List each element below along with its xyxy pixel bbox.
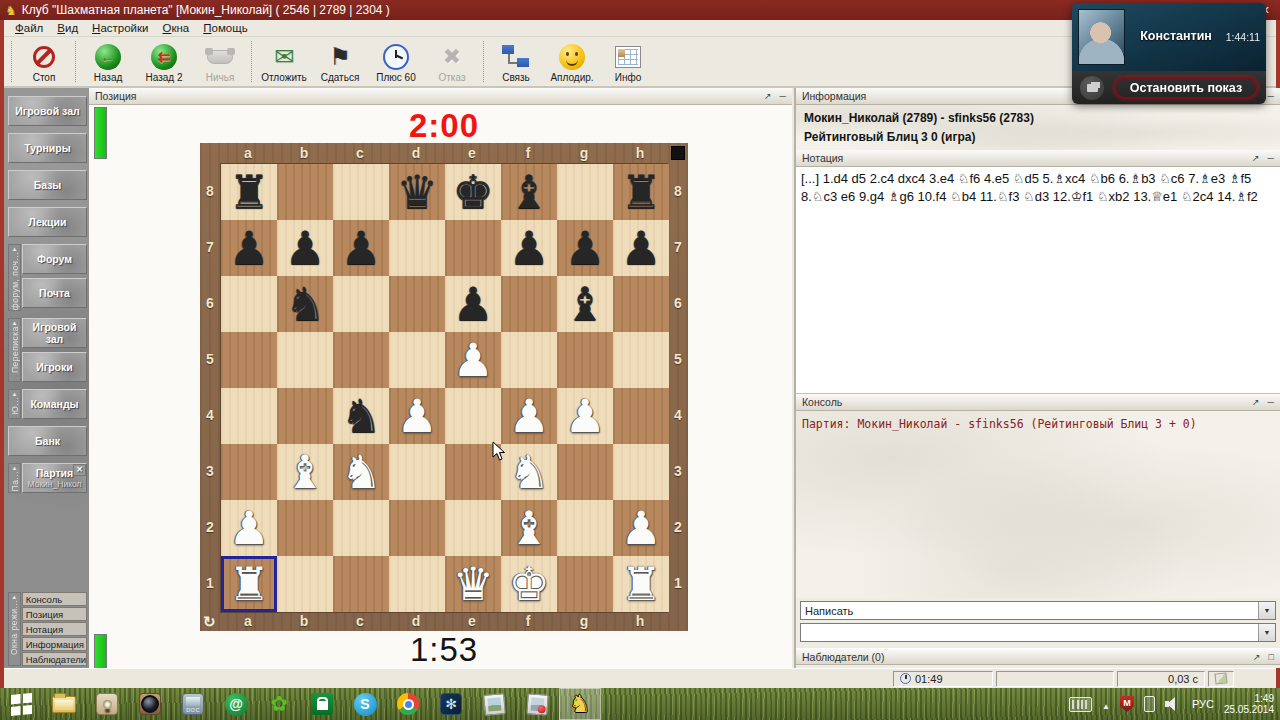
- square-a1[interactable]: ♜: [221, 556, 277, 612]
- file-label-h: h: [612, 143, 668, 163]
- square-f4[interactable]: ♟: [501, 388, 557, 444]
- sidebar-item-label: Банк: [35, 435, 60, 447]
- webcam-controls: Остановить показ: [1072, 71, 1266, 104]
- square-d7[interactable]: [389, 220, 445, 276]
- applaud-icon: [559, 43, 585, 71]
- square-g6[interactable]: ♝: [557, 276, 613, 332]
- piece-white-bishop[interactable]: ♝: [508, 500, 549, 556]
- piece-black-queen[interactable]: ♛: [396, 164, 437, 220]
- mouse-cursor: [492, 441, 507, 462]
- sidebar-item-Игровой зал[interactable]: Игровой зал: [22, 318, 87, 348]
- square-g1[interactable]: [557, 556, 613, 612]
- square-c7[interactable]: ♟: [333, 220, 389, 276]
- toolbar-button-applaud[interactable]: Аплодир.: [544, 37, 600, 86]
- sidebar-mini-Информация[interactable]: Информация: [22, 637, 87, 651]
- popout-icon[interactable]: ↗: [1252, 153, 1260, 163]
- square-b1[interactable]: [277, 556, 333, 612]
- piece-black-pawn[interactable]: ♟: [228, 220, 269, 276]
- minimize-panel-icon[interactable]: ─: [1268, 91, 1274, 101]
- piece-black-rook[interactable]: ♜: [228, 164, 269, 220]
- info-icon: [615, 43, 641, 71]
- sidebar-item-Партия[interactable]: ПартияМокин_Никол✕: [22, 463, 87, 493]
- sidebar-group-items: Банк: [8, 426, 87, 456]
- file-label-h: h: [612, 611, 668, 631]
- square-b5[interactable]: [277, 332, 333, 388]
- sidebar-item-subtitle: Мокин_Никол: [28, 479, 82, 489]
- piece-white-rook[interactable]: ♜: [620, 556, 661, 612]
- square-h5[interactable]: [613, 332, 669, 388]
- move-list[interactable]: [...] 1.d4 d5 2.c4 dxc4 3.e4 ♘f6 4.e5 ♘d…: [796, 167, 1280, 394]
- taskbar-app-screen-recorder[interactable]: [516, 688, 559, 720]
- piece-black-bishop[interactable]: ♝: [564, 276, 605, 332]
- sidebar-item-label: Игроки: [36, 361, 72, 373]
- square-d3[interactable]: [389, 444, 445, 500]
- square-b4[interactable]: [277, 388, 333, 444]
- sidebar-item-Базы[interactable]: Базы: [8, 170, 87, 200]
- sidebar-item-Лекции[interactable]: Лекции: [8, 207, 87, 237]
- square-c6[interactable]: [333, 276, 389, 332]
- sidebar-mini-Позиция[interactable]: Позиция: [22, 607, 87, 621]
- sidebar-spacer: [8, 500, 87, 592]
- piece-white-pawn[interactable]: ♟: [508, 388, 549, 444]
- piece-white-queen[interactable]: ♛: [452, 556, 493, 612]
- square-e4[interactable]: [445, 388, 501, 444]
- window-title: Клуб "Шахматная планета" [Мокин_Николай]…: [22, 3, 390, 17]
- taskbar-app-dandelion-app[interactable]: [86, 688, 129, 720]
- piece-white-rook[interactable]: ♜: [228, 556, 269, 612]
- square-c8[interactable]: [333, 164, 389, 220]
- file-label-g: g: [556, 143, 612, 163]
- toolbar-button-decline[interactable]: Отказ: [424, 37, 480, 86]
- console-log: Партия: Мокин_Николай - sfinks56 (Рейтин…: [796, 411, 1280, 598]
- piece-black-rook[interactable]: ♜: [620, 164, 661, 220]
- white-clock: 1:53: [200, 631, 688, 669]
- square-d5[interactable]: [389, 332, 445, 388]
- sidebar-group: Турниры: [8, 133, 87, 163]
- webcam-user-name: Константин: [1132, 29, 1220, 43]
- square-g7[interactable]: ♟: [557, 220, 613, 276]
- square-h3[interactable]: [613, 444, 669, 500]
- square-h6[interactable]: [613, 276, 669, 332]
- square-g4[interactable]: ♟: [557, 388, 613, 444]
- square-g8[interactable]: [557, 164, 613, 220]
- square-b2[interactable]: [277, 500, 333, 556]
- rank-labels-left: 87654321: [200, 163, 220, 611]
- screen: ♞ Клуб "Шахматная планета" [Мокин_Никола…: [0, 0, 1280, 720]
- taskbar-app-chess-app[interactable]: [559, 688, 602, 720]
- black-to-move-indicator: [671, 146, 685, 160]
- tray-arrow-icon[interactable]: [1102, 695, 1110, 713]
- sidebar-item-Форум[interactable]: Форум: [22, 244, 87, 274]
- status-empty-cell: [996, 671, 1114, 687]
- status-time: 01:49: [915, 673, 943, 685]
- maximize-panel-icon[interactable]: □: [1269, 652, 1274, 662]
- square-e5[interactable]: ♟: [445, 332, 501, 388]
- sidebar-group: Банк: [8, 426, 87, 456]
- square-d8[interactable]: ♛: [389, 164, 445, 220]
- sidebar-item-Команды[interactable]: Команды: [22, 389, 87, 419]
- sidebar-group-strip[interactable]: ▲Па...: [8, 463, 21, 493]
- taskbar-app-chrome[interactable]: [387, 688, 430, 720]
- square-f7[interactable]: ♟: [501, 220, 557, 276]
- toolbar-button-label: Назад: [94, 72, 123, 83]
- piece-black-knight[interactable]: ♞: [340, 388, 381, 444]
- sidebar-mini-Наблюдатели[interactable]: Наблюдатели: [22, 652, 87, 666]
- chat-placeholder: Написать: [801, 605, 1258, 617]
- rank-label-5: 5: [668, 331, 688, 387]
- square-d4[interactable]: ♟: [389, 388, 445, 444]
- toolbar-button-label: Плюс 60: [376, 72, 415, 83]
- sidebar-group: ▲Па...ПартияМокин_Никол✕: [8, 463, 87, 493]
- chrome-icon: [397, 693, 419, 715]
- sidebar-item-label: Команды: [30, 398, 78, 410]
- file-labels-top: abcdefgh: [220, 143, 668, 163]
- position-panel-title: Позиция: [95, 90, 137, 102]
- toolbar-button-label: Аплодир.: [550, 72, 593, 83]
- sidebar-group-items: Турниры: [8, 133, 87, 163]
- observers-panel-title: Наблюдатели (0): [802, 651, 884, 663]
- clock-plus-icon: [383, 43, 409, 71]
- piece-white-bishop[interactable]: ♝: [284, 444, 325, 500]
- sidebar-group-items: Лекции: [8, 207, 87, 237]
- toolbar-button-adjourn[interactable]: Отложить: [256, 37, 312, 86]
- rank-label-2: 2: [200, 499, 220, 555]
- adjourn-icon: [274, 43, 294, 71]
- sidebar-group-strip-label: Окна режи...: [9, 600, 19, 655]
- sidebar-group-items: Команды: [22, 389, 87, 419]
- recipient-combo[interactable]: ▼: [800, 623, 1276, 642]
- mcafee-shield-icon[interactable]: [1120, 696, 1134, 712]
- stop-show-button[interactable]: Остановить показ: [1114, 77, 1258, 99]
- square-e1[interactable]: ♛: [445, 556, 501, 612]
- square-a5[interactable]: [221, 332, 277, 388]
- square-g5[interactable]: [557, 332, 613, 388]
- stop-icon: [33, 43, 55, 71]
- position-panel-header: Позиция ↗ ─: [89, 88, 792, 105]
- taskbar: РУС 1:49 25.05.2014: [0, 688, 1280, 720]
- square-d1[interactable]: [389, 556, 445, 612]
- toolbar-button-label: Стоп: [33, 72, 56, 83]
- square-e6[interactable]: ♟: [445, 276, 501, 332]
- taskbar-app-file-explorer[interactable]: [43, 688, 86, 720]
- connection-icon: [502, 43, 530, 71]
- square-h7[interactable]: ♟: [613, 220, 669, 276]
- piece-black-pawn[interactable]: ♟: [284, 220, 325, 276]
- square-f3[interactable]: ♞: [501, 444, 557, 500]
- device-icon[interactable]: [1144, 696, 1155, 712]
- decline-icon: [443, 43, 461, 71]
- piece-black-pawn[interactable]: ♟: [340, 220, 381, 276]
- menu-item-Вид[interactable]: Вид: [50, 21, 85, 35]
- app-knight-icon: ♞: [5, 3, 17, 18]
- sidebar-group-strip[interactable]: ▲Ю...: [8, 389, 21, 419]
- square-h8[interactable]: ♜: [613, 164, 669, 220]
- taskbar-app-bandicam[interactable]: [430, 688, 473, 720]
- menu-item-Помощь[interactable]: Помощь: [196, 21, 254, 35]
- sidebar-item-Почта[interactable]: Почта: [22, 278, 87, 308]
- taskbar-app-camera-app[interactable]: [129, 688, 172, 720]
- taskbar-app-photo-viewer[interactable]: [473, 688, 516, 720]
- popout-icon[interactable]: ↗: [764, 91, 772, 101]
- rank-label-5: 5: [200, 331, 220, 387]
- clock-icon: [900, 673, 911, 684]
- square-c2[interactable]: [333, 500, 389, 556]
- taskbar-app-icq[interactable]: [258, 688, 301, 720]
- rank-label-6: 6: [200, 275, 220, 331]
- sidebar-item-label: Игровой зал: [23, 321, 86, 345]
- toolbar-button-info[interactable]: Инфо: [600, 37, 656, 86]
- sidebar-item-label: Партия: [36, 467, 73, 479]
- toolbar-button-back2[interactable]: Назад 2: [136, 37, 192, 86]
- camera-icon[interactable]: [1080, 76, 1104, 100]
- volume-icon[interactable]: [1165, 697, 1182, 712]
- square-c4[interactable]: ♞: [333, 388, 389, 444]
- console-panel-title: Консоль: [802, 396, 842, 408]
- keyboard-icon[interactable]: [1069, 697, 1092, 712]
- file-label-d: d: [388, 611, 444, 631]
- sidebar-mini-Нотация[interactable]: Нотация: [22, 622, 87, 636]
- piece-white-knight[interactable]: ♞: [340, 444, 381, 500]
- sidebar-group: ▲Ю...Команды: [8, 389, 87, 419]
- square-h2[interactable]: ♟: [613, 500, 669, 556]
- file-explorer-icon: [52, 696, 76, 713]
- piece-black-king[interactable]: ♚: [452, 164, 493, 220]
- system-tray: РУС 1:49 25.05.2014: [1069, 693, 1280, 715]
- info-panel-title: Информация: [802, 90, 866, 102]
- sidebar: Игровой залТурнирыБазыЛекции▲форум, поч.…: [4, 88, 89, 668]
- sidebar-bottom: ▲Окна режи...КонсольПозицияНотацияИнформ…: [8, 592, 87, 666]
- board-panel: Позиция ↗ ─ 2:00 abcdefgh abcdefgh 87654…: [89, 88, 792, 668]
- sidebar-group: ▲ПерепискаИгровой залИгроки: [8, 318, 87, 382]
- toolbar-button-label: Отложить: [261, 72, 307, 83]
- rank-label-2: 2: [668, 499, 688, 555]
- square-g3[interactable]: [557, 444, 613, 500]
- notation-panel-title: Нотация: [802, 152, 843, 164]
- file-label-e: e: [444, 143, 500, 163]
- piece-black-pawn[interactable]: ♟: [452, 276, 493, 332]
- piece-black-knight[interactable]: ♞: [284, 276, 325, 332]
- sidebar-group: Игровой зал: [8, 96, 87, 126]
- chevron-down-icon[interactable]: ▼: [1258, 624, 1275, 641]
- square-a8[interactable]: ♜: [221, 164, 277, 220]
- piece-white-knight[interactable]: ♞: [508, 444, 549, 500]
- square-c3[interactable]: ♞: [333, 444, 389, 500]
- square-b8[interactable]: [277, 164, 333, 220]
- right-panel: Информация ↗ ─ Мокин_Николай (2789) - sf…: [794, 88, 1280, 668]
- square-d6[interactable]: [389, 276, 445, 332]
- language-indicator[interactable]: РУС: [1192, 698, 1214, 710]
- status-speed-cell: 0,03 с: [1117, 671, 1205, 687]
- square-e2[interactable]: [445, 500, 501, 556]
- webcam-timer: 1:44:11: [1226, 31, 1260, 43]
- piece-black-pawn[interactable]: ♟: [564, 220, 605, 276]
- status-bar: 01:49 0,03 с: [4, 668, 1276, 688]
- players-line: Мокин_Николай (2789) - sfinks56 (2783): [804, 111, 1272, 125]
- square-f2[interactable]: ♝: [501, 500, 557, 556]
- handshake-icon: [207, 43, 233, 71]
- file-labels-bottom: abcdefgh: [220, 611, 668, 631]
- square-h4[interactable]: [613, 388, 669, 444]
- file-label-b: b: [276, 611, 332, 631]
- sidebar-group-strip[interactable]: ▲Переписка: [8, 318, 21, 382]
- sidebar-item-Турниры[interactable]: Турниры: [8, 133, 87, 163]
- file-label-c: c: [332, 611, 388, 631]
- square-c1[interactable]: [333, 556, 389, 612]
- toolbar-button-label: Инфо: [615, 72, 642, 83]
- chess-app-icon: [569, 692, 591, 716]
- rank-label-8: 8: [200, 163, 220, 219]
- toolbar-button-label: Отказ: [439, 72, 466, 83]
- menu-item-Файл[interactable]: Файл: [8, 21, 50, 35]
- square-d2[interactable]: [389, 500, 445, 556]
- piece-white-pawn[interactable]: ♟: [620, 500, 661, 556]
- back-icon: [95, 43, 121, 71]
- chevron-down-icon[interactable]: ▼: [1258, 602, 1275, 619]
- piece-white-pawn[interactable]: ♟: [452, 332, 493, 388]
- square-f8[interactable]: ♝: [501, 164, 557, 220]
- square-a2[interactable]: ♟: [221, 500, 277, 556]
- minimize-panel-icon[interactable]: ─: [1268, 397, 1274, 407]
- webcam-overlay: Константин 1:44:11 Остановить показ: [1072, 3, 1266, 104]
- toolbar-button-label: Сдаться: [321, 72, 360, 83]
- rank-label-4: 4: [200, 387, 220, 443]
- taskbar-app-skype[interactable]: [344, 688, 387, 720]
- resign-flag-icon: [329, 43, 351, 71]
- popout-icon[interactable]: ↗: [1252, 397, 1260, 407]
- toolbar-separator: [483, 41, 485, 82]
- documents-app-icon: [182, 693, 204, 715]
- chess-board-frame: abcdefgh abcdefgh 87654321 87654321 ↻ ♜♛…: [200, 143, 688, 631]
- close-icon[interactable]: ✕: [73, 464, 86, 476]
- sidebar-item-label: Базы: [34, 179, 62, 191]
- sidebar-group-items: ПартияМокин_Никол✕: [22, 463, 87, 493]
- square-b7[interactable]: ♟: [277, 220, 333, 276]
- toolbar-button-back[interactable]: Назад: [80, 37, 136, 86]
- piece-white-pawn[interactable]: ♟: [396, 388, 437, 444]
- sidebar-item-Игровой зал[interactable]: Игровой зал: [8, 96, 87, 126]
- piece-white-pawn[interactable]: ♟: [228, 500, 269, 556]
- square-a7[interactable]: ♟: [221, 220, 277, 276]
- rank-label-1: 1: [668, 555, 688, 611]
- toolbar-separator: [11, 41, 13, 82]
- game-type-line: Рейтинговый Блиц 3 0 (игра): [804, 130, 1272, 144]
- status-speed: 0,03 с: [1168, 673, 1198, 685]
- file-label-g: g: [556, 611, 612, 631]
- screen-recorder-icon: [526, 693, 548, 715]
- taskbar-app-mailru[interactable]: [215, 688, 258, 720]
- taskbar-app-windows-start[interactable]: [0, 688, 43, 720]
- file-label-f: f: [500, 611, 556, 631]
- square-e7[interactable]: [445, 220, 501, 276]
- rank-label-8: 8: [668, 163, 688, 219]
- square-h1[interactable]: ♜: [613, 556, 669, 612]
- piece-black-pawn[interactable]: ♟: [620, 220, 661, 276]
- toolbar-button-resign-flag[interactable]: Сдаться: [312, 37, 368, 86]
- mailru-icon: [225, 693, 248, 716]
- sidebar-item-label: Игровой зал: [15, 105, 79, 117]
- square-g2[interactable]: [557, 500, 613, 556]
- square-b6[interactable]: ♞: [277, 276, 333, 332]
- square-f1[interactable]: ♚: [501, 556, 557, 612]
- sidebar-group-strip[interactable]: ▲форум, поч...: [8, 244, 21, 311]
- sidebar-group-items: Игровой залИгроки: [22, 318, 87, 382]
- sidebar-group-items: Игровой зал: [8, 96, 87, 126]
- sidebar-group-strip-label: Переписка: [10, 326, 20, 373]
- status-icon-cell: [1208, 671, 1234, 687]
- toolbar-button-stop[interactable]: Стоп: [16, 37, 72, 86]
- notation-panel-header: Нотация ↗ ─: [796, 150, 1280, 167]
- popout-icon[interactable]: ↗: [1253, 652, 1261, 662]
- toolbar-button-connection[interactable]: Связь: [488, 37, 544, 86]
- piece-black-pawn[interactable]: ♟: [508, 220, 549, 276]
- square-f5[interactable]: [501, 332, 557, 388]
- square-a6[interactable]: [221, 276, 277, 332]
- square-c5[interactable]: [333, 332, 389, 388]
- sidebar-group: Базы: [8, 170, 87, 200]
- sidebar-mini-Консоль[interactable]: Консоль: [22, 592, 87, 606]
- taskbar-app-documents-app[interactable]: [172, 688, 215, 720]
- file-label-e: e: [444, 611, 500, 631]
- camera-app-icon: [139, 693, 161, 715]
- sidebar-group-items: ФорумПочта: [22, 244, 87, 311]
- sidebar-group-strip[interactable]: ▲Окна режи...: [8, 592, 21, 666]
- piece-white-king[interactable]: ♚: [508, 556, 549, 612]
- skype-icon: [354, 693, 377, 716]
- back2-icon: [151, 43, 177, 71]
- toolbar-button-label: Ничья: [206, 72, 235, 83]
- webcam-thumbnail: [1078, 9, 1125, 65]
- toolbar-button-clock-plus[interactable]: Плюс 60: [368, 37, 424, 86]
- square-f6[interactable]: [501, 276, 557, 332]
- chat-input[interactable]: Написать ▼: [800, 601, 1276, 620]
- rank-label-3: 3: [668, 443, 688, 499]
- piece-black-bishop[interactable]: ♝: [508, 164, 549, 220]
- square-a4[interactable]: [221, 388, 277, 444]
- taskbar-date: 25.05.2014: [1224, 704, 1274, 715]
- console-panel-header: Консоль ↗ ─: [796, 394, 1280, 411]
- menu-item-Окна[interactable]: Окна: [156, 21, 197, 35]
- file-label-b: b: [276, 143, 332, 163]
- flip-board-icon[interactable]: ↻: [203, 613, 216, 631]
- sidebar-group: Лекции: [8, 207, 87, 237]
- rank-label-7: 7: [200, 219, 220, 275]
- file-label-a: a: [220, 611, 276, 631]
- toolbar-separator: [251, 41, 253, 82]
- piece-white-pawn[interactable]: ♟: [564, 388, 605, 444]
- minimize-panel-icon[interactable]: ─: [1268, 153, 1274, 163]
- sidebar-item-label: Форум: [37, 253, 72, 265]
- sidebar-group-strip-label: Ю...: [10, 397, 20, 415]
- toolbar-separator: [75, 41, 77, 82]
- observers-panel-header: Наблюдатели (0) ↗ □: [796, 648, 1280, 665]
- sidebar-item-Игроки[interactable]: Игроки: [22, 352, 87, 382]
- sidebar-group-items: Базы: [8, 170, 87, 200]
- webcam-video-area: Константин 1:44:11: [1072, 3, 1266, 71]
- menu-item-Настройки[interactable]: Настройки: [85, 21, 155, 35]
- store-icon: [311, 693, 333, 715]
- taskbar-clock[interactable]: 1:49 25.05.2014: [1224, 693, 1274, 715]
- sidebar-item-Банк[interactable]: Банк: [8, 426, 87, 456]
- taskbar-time: 1:49: [1255, 693, 1274, 704]
- status-clock-cell: 01:49: [893, 671, 993, 687]
- taskbar-app-store[interactable]: [301, 688, 344, 720]
- minimize-panel-icon[interactable]: ─: [780, 91, 786, 101]
- rank-label-6: 6: [668, 275, 688, 331]
- square-a3[interactable]: [221, 444, 277, 500]
- square-b3[interactable]: ♝: [277, 444, 333, 500]
- toolbar-button-handshake[interactable]: Ничья: [192, 37, 248, 86]
- square-e8[interactable]: ♚: [445, 164, 501, 220]
